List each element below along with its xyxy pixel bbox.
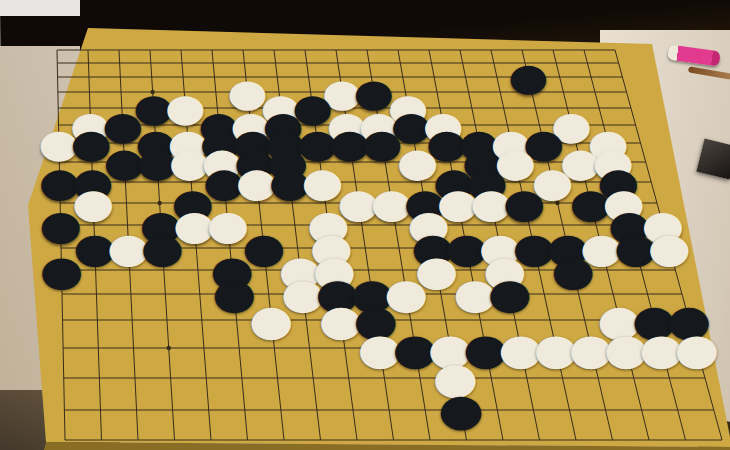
black-stone[interactable]: ●	[510, 59, 546, 95]
white-stone[interactable]: ●	[251, 300, 291, 340]
white-stone[interactable]: ●	[304, 163, 342, 201]
black-stone[interactable]: ●	[42, 250, 82, 290]
white-stone[interactable]: ●	[676, 328, 717, 369]
black-stone[interactable]: ●	[143, 228, 182, 267]
white-stone[interactable]: ●	[399, 143, 437, 181]
white-stone[interactable]: ●	[650, 228, 689, 267]
black-stone[interactable]: ●	[440, 389, 482, 431]
black-stone[interactable]: ●	[363, 124, 400, 161]
black-stone[interactable]: ●	[490, 274, 530, 314]
hoshi-point	[167, 346, 171, 350]
black-stone[interactable]: ●	[505, 184, 543, 222]
go-photo-scene: { "game": "go", "board_size": 19, "posit…	[0, 0, 730, 450]
black-stone[interactable]: ●	[553, 250, 593, 290]
